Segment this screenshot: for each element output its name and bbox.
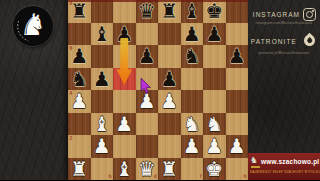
shop-tagline: NAJWIĘKSZY SKLEP SZACHOWY W POLSCE [250, 170, 317, 173]
square-b8[interactable] [91, 0, 114, 23]
black-pawn-d6: ♟ [138, 45, 156, 68]
square-f2[interactable]: ♟ [181, 135, 204, 158]
square-a7[interactable]: 7 [68, 23, 91, 46]
black-king-g8: ♚ [205, 0, 223, 23]
black-pawn-h6: ♟ [228, 45, 246, 68]
square-d2[interactable] [136, 135, 159, 158]
square-e3[interactable] [158, 113, 181, 136]
square-c2[interactable] [113, 135, 136, 158]
square-a4[interactable]: 4♟ [68, 90, 91, 113]
coord-file-h: h [243, 174, 246, 179]
square-h5[interactable] [226, 68, 249, 91]
black-pawn-b5: ♟ [93, 68, 111, 91]
white-pawn-h2: ♟ [228, 135, 246, 158]
knight-logo-icon: ♞ [13, 3, 53, 46]
square-b5[interactable]: ♟ [91, 68, 114, 91]
coord-rank-5: 5 [70, 69, 73, 74]
square-a2[interactable]: 2 [68, 135, 91, 158]
black-pawn-c7: ♟ [115, 23, 133, 46]
square-h4[interactable] [226, 90, 249, 113]
coord-rank-7: 7 [70, 24, 73, 29]
square-c4[interactable] [113, 90, 136, 113]
square-b3[interactable]: ♝ [91, 113, 114, 136]
square-g4[interactable] [203, 90, 226, 113]
black-bishop-f8: ♝ [183, 0, 201, 23]
black-pawn-f7: ♟ [183, 23, 201, 46]
coord-file-a: a [86, 174, 89, 179]
coord-file-f: f [200, 174, 202, 179]
square-e4[interactable]: ♟ [158, 90, 181, 113]
instagram-url[interactable]: instagram.com/MariuszStanaszek [248, 21, 320, 25]
white-pawn-c3: ♟ [115, 113, 133, 136]
black-pawn-a6: ♟ [70, 45, 88, 68]
square-d5[interactable] [136, 68, 159, 91]
square-g6[interactable] [203, 45, 226, 68]
black-pawn-e5: ♟ [160, 68, 178, 91]
coord-file-c: c [131, 174, 134, 179]
coord-file-g: g [221, 174, 224, 179]
coord-rank-1: 1 [70, 159, 73, 164]
square-a3[interactable]: 3 [68, 113, 91, 136]
square-f8[interactable]: ♝ [181, 0, 204, 23]
square-f4[interactable] [181, 90, 204, 113]
square-a6[interactable]: 6♟ [68, 45, 91, 68]
square-b6[interactable] [91, 45, 114, 68]
patronite-url[interactable]: patronite.pl/MariuszStanaszek [248, 51, 320, 55]
square-d3[interactable] [136, 113, 159, 136]
white-pawn-e4: ♟ [160, 90, 178, 113]
square-c5[interactable] [113, 68, 136, 91]
square-e5[interactable]: ♟ [158, 68, 181, 91]
square-f5[interactable] [181, 68, 204, 91]
square-b1[interactable]: b [91, 158, 114, 181]
coord-file-d: d [153, 174, 156, 179]
black-pawn-g7: ♟ [205, 23, 223, 46]
shop-logo: ♞ [250, 156, 261, 170]
square-h1[interactable]: h [226, 158, 249, 181]
square-d7[interactable] [136, 23, 159, 46]
black-rook-a8: ♜ [70, 0, 88, 23]
white-pawn-a4: ♟ [70, 90, 88, 113]
shop-logo-knight-icon: ♞ [250, 155, 258, 165]
square-f3[interactable]: ♞ [181, 113, 204, 136]
patronite-drop-icon [303, 33, 316, 48]
square-f1[interactable]: f [181, 158, 204, 181]
square-e8[interactable]: ♜ [158, 0, 181, 23]
black-bishop-b7: ♝ [93, 23, 111, 46]
white-knight-f3: ♞ [183, 113, 201, 136]
video-frame: ♞ 8♜♛♜♝♚7♝♟♟♟6♟♟♞♟5♞♟♟4♟♟♟3♝♟♞♞2♟♟♟♟1a♜b… [0, 0, 320, 180]
square-c6[interactable] [113, 45, 136, 68]
square-a1[interactable]: 1a♜ [68, 158, 91, 181]
coord-file-b: b [108, 174, 111, 179]
square-f7[interactable]: ♟ [181, 23, 204, 46]
white-pawn-d4: ♟ [138, 90, 156, 113]
shop-banner[interactable]: ♞ www.szachowo.pl NAJWIĘKSZY SKLEP SZACH… [248, 153, 320, 180]
square-e6[interactable] [158, 45, 181, 68]
coord-file-e: e [176, 174, 179, 179]
square-g5[interactable] [203, 68, 226, 91]
square-g8[interactable]: ♚ [203, 0, 226, 23]
square-b7[interactable]: ♝ [91, 23, 114, 46]
square-h6[interactable]: ♟ [226, 45, 249, 68]
white-pawn-b2: ♟ [93, 135, 111, 158]
square-a5[interactable]: 5♞ [68, 68, 91, 91]
square-g1[interactable]: g♚ [203, 158, 226, 181]
coord-rank-6: 6 [70, 46, 73, 51]
channel-logo: ♞ [13, 6, 53, 46]
square-h2[interactable]: ♟ [226, 135, 249, 158]
white-bishop-b3: ♝ [93, 113, 111, 136]
square-c3[interactable]: ♟ [113, 113, 136, 136]
coord-rank-4: 4 [70, 91, 73, 96]
black-queen-d8: ♛ [138, 0, 156, 23]
square-b2[interactable]: ♟ [91, 135, 114, 158]
patronite-label[interactable]: PATRONITE [251, 38, 297, 45]
shop-url[interactable]: www.szachowo.pl [261, 158, 319, 165]
white-knight-g3: ♞ [205, 113, 223, 136]
black-rook-e8: ♜ [160, 0, 178, 23]
square-e1[interactable]: e♜ [158, 158, 181, 181]
square-c8[interactable] [113, 0, 136, 23]
square-c7[interactable]: ♟ [113, 23, 136, 46]
square-g7[interactable]: ♟ [203, 23, 226, 46]
square-h7[interactable] [226, 23, 249, 46]
square-c1[interactable]: c♝ [113, 158, 136, 181]
square-e2[interactable] [158, 135, 181, 158]
square-a8[interactable]: 8♜ [68, 0, 91, 23]
square-f6[interactable]: ♞ [181, 45, 204, 68]
black-knight-a5: ♞ [70, 68, 88, 91]
white-pawn-f2: ♟ [183, 135, 201, 158]
square-h8[interactable] [226, 0, 249, 23]
square-e7[interactable] [158, 23, 181, 46]
coord-rank-3: 3 [70, 114, 73, 119]
coord-rank-2: 2 [70, 136, 73, 141]
square-d8[interactable]: ♛ [136, 0, 159, 23]
black-knight-f6: ♞ [183, 45, 201, 68]
instagram-icon [303, 8, 316, 21]
square-d6[interactable]: ♟ [136, 45, 159, 68]
instagram-label[interactable]: INSTAGRAM [253, 11, 300, 18]
square-d1[interactable]: d♛ [136, 158, 159, 181]
square-h3[interactable] [226, 113, 249, 136]
chess-board: 8♜♛♜♝♚7♝♟♟♟6♟♟♞♟5♞♟♟4♟♟♟3♝♟♞♞2♟♟♟♟1a♜bc♝… [68, 0, 248, 180]
square-g2[interactable]: ♟ [203, 135, 226, 158]
square-g3[interactable]: ♞ [203, 113, 226, 136]
white-pawn-g2: ♟ [205, 135, 223, 158]
coord-rank-8: 8 [70, 1, 73, 6]
square-b4[interactable] [91, 90, 114, 113]
square-d4[interactable]: ♟ [136, 90, 159, 113]
